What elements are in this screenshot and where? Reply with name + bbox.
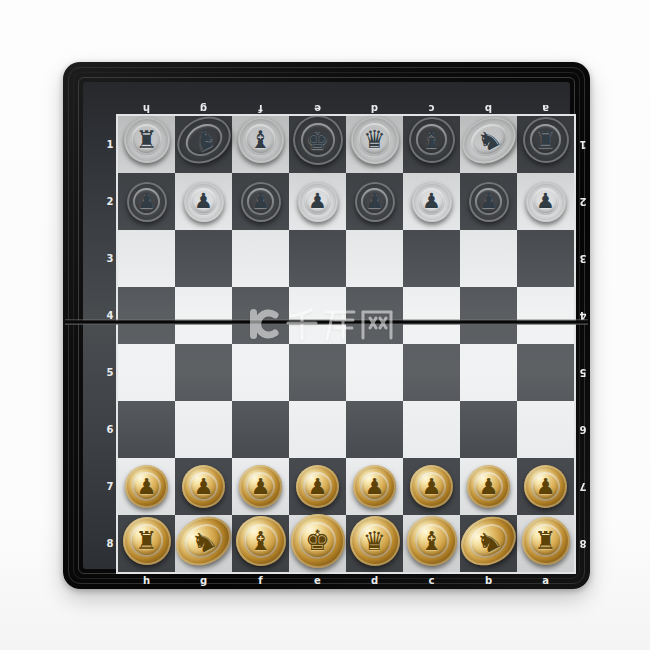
piece-gold-pawn-f7[interactable]: ♟ bbox=[239, 465, 282, 508]
square-e4[interactable] bbox=[289, 287, 346, 344]
piece-gold-knight-g8[interactable]: ♞ bbox=[168, 507, 240, 574]
chess-board: hgfedcba hgfedcba 12345678 12345678 ♜♞♝♚… bbox=[63, 62, 590, 589]
knight-glyph: ♞ bbox=[471, 523, 505, 558]
piece-silver-pawn-e2[interactable]: ♟ bbox=[298, 182, 338, 222]
square-g4[interactable] bbox=[175, 287, 232, 344]
queen-glyph: ♛ bbox=[363, 127, 385, 152]
piece-gold-pawn-g7[interactable]: ♟ bbox=[182, 465, 225, 508]
square-h4[interactable] bbox=[118, 287, 175, 344]
file-labels-bottom: hgfedcba bbox=[118, 574, 574, 588]
square-h5[interactable] bbox=[118, 344, 175, 401]
king-glyph: ♚ bbox=[306, 127, 329, 153]
square-f2[interactable]: ♟ bbox=[232, 173, 289, 230]
piece-silver-bishop-f1[interactable]: ♝ bbox=[238, 117, 284, 163]
square-d1[interactable]: ♛ bbox=[346, 116, 403, 173]
rook-glyph: ♜ bbox=[135, 528, 157, 553]
file-label-top-b: b bbox=[460, 101, 517, 115]
square-h2[interactable]: ♟ bbox=[118, 173, 175, 230]
piece-silver-pawn-c2[interactable]: ♟ bbox=[412, 182, 452, 222]
square-c8[interactable]: ♝ bbox=[403, 515, 460, 572]
piece-gold-pawn-c7[interactable]: ♟ bbox=[410, 465, 453, 508]
square-d2[interactable]: ♟ bbox=[346, 173, 403, 230]
piece-gold-pawn-h7[interactable]: ♟ bbox=[125, 465, 168, 508]
square-c7[interactable]: ♟ bbox=[403, 458, 460, 515]
piece-silver-pawn-h2[interactable]: ♟ bbox=[127, 182, 167, 222]
square-e8[interactable]: ♚ bbox=[289, 515, 346, 572]
piece-gold-bishop-f8[interactable]: ♝ bbox=[236, 516, 286, 566]
checkerboard-grid: ♜♞♝♚♛♝♞♜♟♟♟♟♟♟♟♟♟♟♟♟♟♟♟♟♜♞♝♚♛♝♞♜ bbox=[118, 116, 574, 572]
piece-silver-queen-d1[interactable]: ♛ bbox=[351, 116, 399, 164]
fold-hinge-seam bbox=[65, 319, 588, 325]
square-a6[interactable] bbox=[517, 401, 574, 458]
square-h7[interactable]: ♟ bbox=[118, 458, 175, 515]
piece-gold-pawn-e7[interactable]: ♟ bbox=[296, 465, 339, 508]
square-f7[interactable]: ♟ bbox=[232, 458, 289, 515]
square-b2[interactable]: ♟ bbox=[460, 173, 517, 230]
rank-label-right-3: 3 bbox=[576, 230, 590, 287]
piece-gold-king-e8[interactable]: ♚ bbox=[291, 514, 345, 568]
square-d7[interactable]: ♟ bbox=[346, 458, 403, 515]
square-e2[interactable]: ♟ bbox=[289, 173, 346, 230]
file-label-bottom-d: d bbox=[346, 574, 403, 588]
piece-silver-rook-h1[interactable]: ♜ bbox=[124, 117, 170, 163]
square-c2[interactable]: ♟ bbox=[403, 173, 460, 230]
file-label-top-f: f bbox=[232, 101, 289, 115]
checkerboard-border: ♜♞♝♚♛♝♞♜♟♟♟♟♟♟♟♟♟♟♟♟♟♟♟♟♜♞♝♚♛♝♞♜ bbox=[116, 114, 576, 574]
piece-gold-bishop-c8[interactable]: ♝ bbox=[407, 516, 457, 566]
square-a4[interactable] bbox=[517, 287, 574, 344]
square-g1[interactable]: ♞ bbox=[175, 116, 232, 173]
file-label-top-c: c bbox=[403, 101, 460, 115]
file-label-top-e: e bbox=[289, 101, 346, 115]
rank-label-left-4: 4 bbox=[103, 287, 117, 344]
bishop-glyph: ♝ bbox=[421, 128, 443, 152]
rank-label-left-5: 5 bbox=[103, 344, 117, 401]
rook-glyph: ♜ bbox=[535, 128, 557, 152]
pawn-glyph: ♟ bbox=[422, 476, 442, 498]
rank-label-right-7: 7 bbox=[576, 458, 590, 515]
rank-label-right-1: 1 bbox=[576, 116, 590, 173]
square-e3[interactable] bbox=[289, 230, 346, 287]
pawn-glyph: ♟ bbox=[422, 191, 441, 212]
square-g5[interactable] bbox=[175, 344, 232, 401]
square-b7[interactable]: ♟ bbox=[460, 458, 517, 515]
square-b4[interactable] bbox=[460, 287, 517, 344]
square-h1[interactable]: ♜ bbox=[118, 116, 175, 173]
pawn-glyph: ♟ bbox=[194, 191, 213, 212]
square-g6[interactable] bbox=[175, 401, 232, 458]
file-label-bottom-f: f bbox=[232, 574, 289, 588]
piece-gold-queen-d8[interactable]: ♛ bbox=[350, 516, 400, 566]
board-surface: hgfedcba hgfedcba 12345678 12345678 ♜♞♝♚… bbox=[83, 82, 570, 569]
piece-gold-pawn-d7[interactable]: ♟ bbox=[353, 465, 396, 508]
pawn-glyph: ♟ bbox=[251, 476, 271, 498]
photo-stage: hgfedcba hgfedcba 12345678 12345678 ♜♞♝♚… bbox=[0, 0, 650, 650]
knight-glyph: ♞ bbox=[472, 123, 505, 157]
rook-glyph: ♜ bbox=[136, 128, 158, 152]
square-f6[interactable] bbox=[232, 401, 289, 458]
file-label-top-h: h bbox=[118, 101, 175, 115]
square-e5[interactable] bbox=[289, 344, 346, 401]
square-d8[interactable]: ♛ bbox=[346, 515, 403, 572]
square-g7[interactable]: ♟ bbox=[175, 458, 232, 515]
square-e1[interactable]: ♚ bbox=[289, 116, 346, 173]
file-label-top-g: g bbox=[175, 101, 232, 115]
square-a2[interactable]: ♟ bbox=[517, 173, 574, 230]
knight-glyph: ♞ bbox=[186, 523, 220, 558]
square-g3[interactable] bbox=[175, 230, 232, 287]
square-f4[interactable] bbox=[232, 287, 289, 344]
piece-gold-pawn-a7[interactable]: ♟ bbox=[524, 465, 567, 508]
square-f8[interactable]: ♝ bbox=[232, 515, 289, 572]
pawn-glyph: ♟ bbox=[536, 476, 556, 498]
square-f5[interactable] bbox=[232, 344, 289, 401]
piece-silver-pawn-b2[interactable]: ♟ bbox=[469, 182, 509, 222]
square-g2[interactable]: ♟ bbox=[175, 173, 232, 230]
rank-label-left-6: 6 bbox=[103, 401, 117, 458]
square-e7[interactable]: ♟ bbox=[289, 458, 346, 515]
rank-labels-left: 12345678 bbox=[103, 116, 117, 572]
piece-silver-pawn-a2[interactable]: ♟ bbox=[526, 182, 566, 222]
square-h6[interactable] bbox=[118, 401, 175, 458]
rank-label-right-4: 4 bbox=[576, 287, 590, 344]
rank-label-left-1: 1 bbox=[103, 116, 117, 173]
pawn-glyph: ♟ bbox=[251, 191, 270, 212]
rank-label-right-8: 8 bbox=[576, 515, 590, 572]
queen-glyph: ♛ bbox=[363, 528, 386, 554]
square-d5[interactable] bbox=[346, 344, 403, 401]
piece-silver-knight-b1[interactable]: ♞ bbox=[453, 107, 523, 172]
pawn-glyph: ♟ bbox=[365, 476, 385, 498]
piece-silver-rook-a1[interactable]: ♜ bbox=[523, 117, 569, 163]
square-c6[interactable] bbox=[403, 401, 460, 458]
pawn-glyph: ♟ bbox=[308, 476, 328, 498]
square-d3[interactable] bbox=[346, 230, 403, 287]
square-d6[interactable] bbox=[346, 401, 403, 458]
file-label-bottom-e: e bbox=[289, 574, 346, 588]
file-label-top-d: d bbox=[346, 101, 403, 115]
square-h8[interactable]: ♜ bbox=[118, 515, 175, 572]
piece-gold-pawn-b7[interactable]: ♟ bbox=[467, 465, 510, 508]
pawn-glyph: ♟ bbox=[365, 191, 384, 212]
square-a7[interactable]: ♟ bbox=[517, 458, 574, 515]
square-b5[interactable] bbox=[460, 344, 517, 401]
piece-gold-rook-h8[interactable]: ♜ bbox=[123, 517, 171, 565]
pawn-glyph: ♟ bbox=[137, 191, 156, 212]
pawn-glyph: ♟ bbox=[194, 476, 214, 498]
pawn-glyph: ♟ bbox=[536, 191, 555, 212]
pawn-glyph: ♟ bbox=[308, 191, 327, 212]
square-b6[interactable] bbox=[460, 401, 517, 458]
bishop-glyph: ♝ bbox=[420, 528, 443, 554]
rank-label-left-8: 8 bbox=[103, 515, 117, 572]
piece-silver-king-e1[interactable]: ♚ bbox=[293, 115, 343, 165]
square-a3[interactable] bbox=[517, 230, 574, 287]
square-d4[interactable] bbox=[346, 287, 403, 344]
square-c4[interactable] bbox=[403, 287, 460, 344]
rank-label-left-3: 3 bbox=[103, 230, 117, 287]
rank-label-right-2: 2 bbox=[576, 173, 590, 230]
square-e6[interactable] bbox=[289, 401, 346, 458]
rook-glyph: ♜ bbox=[534, 528, 556, 553]
file-label-bottom-h: h bbox=[118, 574, 175, 588]
pawn-glyph: ♟ bbox=[479, 476, 499, 498]
square-c1[interactable]: ♝ bbox=[403, 116, 460, 173]
square-b3[interactable] bbox=[460, 230, 517, 287]
square-h3[interactable] bbox=[118, 230, 175, 287]
piece-silver-knight-g1[interactable]: ♞ bbox=[168, 107, 238, 172]
square-b1[interactable]: ♞ bbox=[460, 116, 517, 173]
rank-label-left-7: 7 bbox=[103, 458, 117, 515]
file-label-bottom-a: a bbox=[517, 574, 574, 588]
rank-labels-right: 12345678 bbox=[576, 116, 590, 572]
king-glyph: ♚ bbox=[305, 527, 330, 555]
square-a5[interactable] bbox=[517, 344, 574, 401]
square-g8[interactable]: ♞ bbox=[175, 515, 232, 572]
piece-gold-rook-a8[interactable]: ♜ bbox=[522, 517, 570, 565]
rank-label-left-2: 2 bbox=[103, 173, 117, 230]
rank-label-right-6: 6 bbox=[576, 401, 590, 458]
square-c5[interactable] bbox=[403, 344, 460, 401]
square-f1[interactable]: ♝ bbox=[232, 116, 289, 173]
pawn-glyph: ♟ bbox=[137, 476, 157, 498]
file-label-top-a: a bbox=[517, 101, 574, 115]
file-label-bottom-g: g bbox=[175, 574, 232, 588]
knight-glyph: ♞ bbox=[187, 123, 220, 157]
file-label-bottom-b: b bbox=[460, 574, 517, 588]
rank-label-right-5: 5 bbox=[576, 344, 590, 401]
square-f3[interactable] bbox=[232, 230, 289, 287]
piece-silver-pawn-g2[interactable]: ♟ bbox=[184, 182, 224, 222]
piece-silver-bishop-c1[interactable]: ♝ bbox=[409, 117, 455, 163]
square-a8[interactable]: ♜ bbox=[517, 515, 574, 572]
square-a1[interactable]: ♜ bbox=[517, 116, 574, 173]
file-label-bottom-c: c bbox=[403, 574, 460, 588]
square-c3[interactable] bbox=[403, 230, 460, 287]
file-labels-top: hgfedcba bbox=[118, 101, 574, 115]
piece-silver-pawn-d2[interactable]: ♟ bbox=[355, 182, 395, 222]
pawn-glyph: ♟ bbox=[479, 191, 498, 212]
square-b8[interactable]: ♞ bbox=[460, 515, 517, 572]
bishop-glyph: ♝ bbox=[249, 528, 272, 554]
piece-silver-pawn-f2[interactable]: ♟ bbox=[241, 182, 281, 222]
bishop-glyph: ♝ bbox=[250, 128, 272, 152]
piece-gold-knight-b8[interactable]: ♞ bbox=[453, 507, 525, 574]
